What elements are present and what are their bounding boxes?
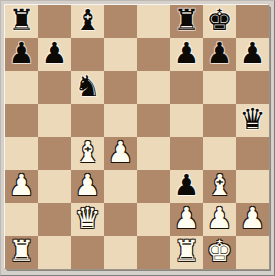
square-h3[interactable] bbox=[236, 170, 269, 203]
black-pawn-icon: ♟ bbox=[9, 38, 35, 70]
black-pawn-icon: ♟ bbox=[174, 38, 200, 70]
square-f8[interactable]: ♜ bbox=[170, 5, 203, 38]
square-e2[interactable] bbox=[137, 203, 170, 236]
white-pawn-icon: ♟ bbox=[75, 170, 101, 202]
square-f6[interactable] bbox=[170, 71, 203, 104]
square-g2[interactable]: ♟ bbox=[203, 203, 236, 236]
white-rook-icon: ♜ bbox=[174, 236, 200, 268]
black-pawn-icon: ♟ bbox=[207, 38, 233, 70]
square-b5[interactable] bbox=[38, 104, 71, 137]
black-pawn-icon: ♟ bbox=[174, 170, 200, 202]
square-h8[interactable] bbox=[236, 5, 269, 38]
square-f1[interactable]: ♜ bbox=[170, 236, 203, 269]
square-b3[interactable] bbox=[38, 170, 71, 203]
square-c8[interactable]: ♝ bbox=[71, 5, 104, 38]
black-knight-icon: ♞ bbox=[75, 71, 101, 103]
square-e3[interactable] bbox=[137, 170, 170, 203]
square-c5[interactable] bbox=[71, 104, 104, 137]
square-g7[interactable]: ♟ bbox=[203, 38, 236, 71]
black-rook-icon: ♜ bbox=[9, 5, 35, 37]
white-bishop-icon: ♝ bbox=[75, 137, 101, 169]
square-f7[interactable]: ♟ bbox=[170, 38, 203, 71]
square-b7[interactable]: ♟ bbox=[38, 38, 71, 71]
square-d8[interactable] bbox=[104, 5, 137, 38]
square-g3[interactable]: ♝ bbox=[203, 170, 236, 203]
square-a4[interactable] bbox=[5, 137, 38, 170]
square-c4[interactable]: ♝ bbox=[71, 137, 104, 170]
square-f4[interactable] bbox=[170, 137, 203, 170]
black-pawn-icon: ♟ bbox=[240, 38, 266, 70]
square-e8[interactable] bbox=[137, 5, 170, 38]
square-e4[interactable] bbox=[137, 137, 170, 170]
square-c2[interactable]: ♛ bbox=[71, 203, 104, 236]
square-a6[interactable] bbox=[5, 71, 38, 104]
square-h5[interactable]: ♛ bbox=[236, 104, 269, 137]
white-pawn-icon: ♟ bbox=[174, 203, 200, 235]
square-g8[interactable]: ♚ bbox=[203, 5, 236, 38]
square-b4[interactable] bbox=[38, 137, 71, 170]
white-rook-icon: ♜ bbox=[9, 236, 35, 268]
square-h1[interactable] bbox=[236, 236, 269, 269]
square-d5[interactable] bbox=[104, 104, 137, 137]
square-f2[interactable]: ♟ bbox=[170, 203, 203, 236]
square-e6[interactable] bbox=[137, 71, 170, 104]
square-g4[interactable] bbox=[203, 137, 236, 170]
square-e7[interactable] bbox=[137, 38, 170, 71]
square-a5[interactable] bbox=[5, 104, 38, 137]
white-pawn-icon: ♟ bbox=[108, 137, 134, 169]
square-c3[interactable]: ♟ bbox=[71, 170, 104, 203]
square-d1[interactable] bbox=[104, 236, 137, 269]
square-d4[interactable]: ♟ bbox=[104, 137, 137, 170]
white-pawn-icon: ♟ bbox=[207, 203, 233, 235]
chess-app-window: ♜♝♜♚♟♟♟♟♟♞♛♝♟♟♟♟♝♛♟♟♟♜♜♚ bbox=[0, 0, 275, 276]
chess-board: ♜♝♜♚♟♟♟♟♟♞♛♝♟♟♟♟♝♛♟♟♟♜♜♚ bbox=[5, 5, 269, 269]
square-a3[interactable]: ♟ bbox=[5, 170, 38, 203]
square-g6[interactable] bbox=[203, 71, 236, 104]
square-d2[interactable] bbox=[104, 203, 137, 236]
square-b1[interactable] bbox=[38, 236, 71, 269]
black-king-icon: ♚ bbox=[207, 5, 233, 37]
white-queen-icon: ♛ bbox=[75, 203, 101, 235]
black-pawn-icon: ♟ bbox=[42, 38, 68, 70]
square-b2[interactable] bbox=[38, 203, 71, 236]
square-b8[interactable] bbox=[38, 5, 71, 38]
square-f3[interactable]: ♟ bbox=[170, 170, 203, 203]
square-g1[interactable]: ♚ bbox=[203, 236, 236, 269]
square-d3[interactable] bbox=[104, 170, 137, 203]
square-a1[interactable]: ♜ bbox=[5, 236, 38, 269]
square-d6[interactable] bbox=[104, 71, 137, 104]
square-h2[interactable]: ♟ bbox=[236, 203, 269, 236]
square-h7[interactable]: ♟ bbox=[236, 38, 269, 71]
square-a7[interactable]: ♟ bbox=[5, 38, 38, 71]
white-bishop-icon: ♝ bbox=[207, 170, 233, 202]
square-h6[interactable] bbox=[236, 71, 269, 104]
square-f5[interactable] bbox=[170, 104, 203, 137]
square-c7[interactable] bbox=[71, 38, 104, 71]
black-queen-icon: ♛ bbox=[240, 104, 266, 136]
square-h4[interactable] bbox=[236, 137, 269, 170]
square-e5[interactable] bbox=[137, 104, 170, 137]
square-g5[interactable] bbox=[203, 104, 236, 137]
square-e1[interactable] bbox=[137, 236, 170, 269]
square-b6[interactable] bbox=[38, 71, 71, 104]
square-c1[interactable] bbox=[71, 236, 104, 269]
white-king-icon: ♚ bbox=[207, 236, 233, 268]
white-pawn-icon: ♟ bbox=[240, 203, 266, 235]
white-pawn-icon: ♟ bbox=[9, 170, 35, 202]
black-rook-icon: ♜ bbox=[174, 5, 200, 37]
square-d7[interactable] bbox=[104, 38, 137, 71]
square-a8[interactable]: ♜ bbox=[5, 5, 38, 38]
black-bishop-icon: ♝ bbox=[75, 5, 101, 37]
square-c6[interactable]: ♞ bbox=[71, 71, 104, 104]
square-a2[interactable] bbox=[5, 203, 38, 236]
